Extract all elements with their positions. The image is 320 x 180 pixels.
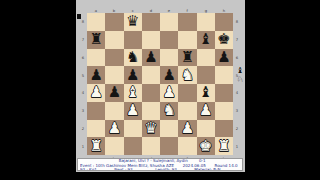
piece-white-pawn: ♟ bbox=[199, 103, 212, 118]
square-b7[interactable] bbox=[105, 31, 123, 49]
square-c8[interactable]: ♛ bbox=[124, 13, 142, 31]
square-f6[interactable]: ♜ bbox=[178, 49, 196, 67]
square-e5[interactable]: ♟ bbox=[160, 66, 178, 84]
square-e8[interactable] bbox=[160, 13, 178, 31]
coord-label: 7 bbox=[82, 37, 84, 41]
square-h1[interactable]: ♜ bbox=[215, 137, 233, 155]
square-g1[interactable]: ♚ bbox=[197, 137, 215, 155]
coord-label: 3 bbox=[82, 108, 84, 112]
piece-black-rook: ♜ bbox=[89, 32, 102, 47]
square-f8[interactable] bbox=[178, 13, 196, 31]
coord-label: 6 bbox=[82, 55, 84, 59]
square-d4[interactable] bbox=[142, 84, 160, 102]
square-b2[interactable]: ♟ bbox=[105, 120, 123, 138]
piece-black-pawn: ♟ bbox=[217, 50, 230, 65]
piece-black-pawn: ♟ bbox=[108, 85, 121, 100]
square-a4[interactable]: ♟ bbox=[87, 84, 105, 102]
board: ♛♜♝♚♞♟♜♟♟♟♟♞♟♟♝♟♝♟♞♟♟♛♟♜♚♜ bbox=[87, 13, 233, 155]
piece-white-pawn: ♟ bbox=[108, 121, 121, 136]
piece-white-knight: ♞ bbox=[181, 68, 194, 83]
square-c7[interactable] bbox=[124, 31, 142, 49]
square-b1[interactable] bbox=[105, 137, 123, 155]
piece-black-pawn: ♟ bbox=[126, 68, 139, 83]
square-e1[interactable] bbox=[160, 137, 178, 155]
square-g5[interactable] bbox=[197, 66, 215, 84]
square-a5[interactable]: ♟ bbox=[87, 66, 105, 84]
piece-black-queen: ♛ bbox=[126, 14, 139, 29]
coord-label: 3 bbox=[236, 108, 238, 112]
square-e6[interactable] bbox=[160, 49, 178, 67]
square-f1[interactable] bbox=[178, 137, 196, 155]
coord-label: 2 bbox=[82, 126, 84, 130]
square-d6[interactable]: ♟ bbox=[142, 49, 160, 67]
coord-label: 2 bbox=[236, 126, 238, 130]
square-h7[interactable]: ♚ bbox=[215, 31, 233, 49]
square-g3[interactable]: ♟ bbox=[197, 102, 215, 120]
piece-black-pawn: ♟ bbox=[144, 50, 157, 65]
video-frame: { "game": "chess", "position": { "fen": … bbox=[0, 0, 320, 180]
square-g2[interactable] bbox=[197, 120, 215, 138]
coord-label: 5 bbox=[82, 73, 84, 77]
square-h8[interactable] bbox=[215, 13, 233, 31]
square-d8[interactable] bbox=[142, 13, 160, 31]
piece-black-king: ♚ bbox=[217, 32, 230, 47]
piece-black-pawn: ♟ bbox=[89, 68, 102, 83]
square-g4[interactable]: ♝ bbox=[197, 84, 215, 102]
square-h6[interactable]: ♟ bbox=[215, 49, 233, 67]
square-b6[interactable] bbox=[105, 49, 123, 67]
square-g7[interactable]: ♝ bbox=[197, 31, 215, 49]
current-move: 93 : Kg1 bbox=[80, 167, 97, 171]
square-f2[interactable]: ♟ bbox=[178, 120, 196, 138]
piece-white-king: ♚ bbox=[199, 139, 212, 154]
rank-labels-left: 87654321 bbox=[80, 13, 86, 155]
game-length: Length: 93 bbox=[155, 167, 177, 171]
coord-label: 4 bbox=[82, 91, 84, 95]
coord-label: 8 bbox=[82, 20, 84, 24]
square-g8[interactable] bbox=[197, 13, 215, 31]
piece-white-pawn: ♟ bbox=[89, 85, 102, 100]
square-c4[interactable]: ♝ bbox=[124, 84, 142, 102]
square-h2[interactable] bbox=[215, 120, 233, 138]
next-move: Next : 93 ... bbox=[114, 167, 138, 171]
piece-black-bishop: ♝ bbox=[199, 32, 212, 47]
piece-white-knight: ♞ bbox=[162, 103, 175, 118]
material-balance: Material: B-N bbox=[194, 167, 220, 171]
material-white-knight-icon: ♘ bbox=[235, 76, 245, 85]
piece-black-knight: ♞ bbox=[126, 50, 139, 65]
square-h3[interactable] bbox=[215, 102, 233, 120]
square-c5[interactable]: ♟ bbox=[124, 66, 142, 84]
piece-white-bishop: ♝ bbox=[126, 85, 139, 100]
piece-white-pawn: ♟ bbox=[162, 85, 175, 100]
moves-line: 93 : Kg1 Next : 93 ... Length: 93 Materi… bbox=[80, 168, 243, 171]
square-d2[interactable]: ♛ bbox=[142, 120, 160, 138]
square-f5[interactable]: ♞ bbox=[178, 66, 196, 84]
square-f7[interactable] bbox=[178, 31, 196, 49]
square-a8[interactable] bbox=[87, 13, 105, 31]
coord-label: 1 bbox=[236, 144, 238, 148]
square-e3[interactable]: ♞ bbox=[160, 102, 178, 120]
square-c2[interactable] bbox=[124, 120, 142, 138]
piece-white-rook: ♜ bbox=[89, 139, 102, 154]
square-d7[interactable] bbox=[142, 31, 160, 49]
square-e2[interactable] bbox=[160, 120, 178, 138]
rank-labels-right: 87654321 bbox=[234, 13, 240, 155]
game-info-bar: Bajarani, Ulvi ? - Sulejmanli, Aydin 0-1… bbox=[77, 158, 243, 171]
square-b3[interactable] bbox=[105, 102, 123, 120]
square-d3[interactable] bbox=[142, 102, 160, 120]
square-a2[interactable] bbox=[87, 120, 105, 138]
chessboard-panel: abcdefgh 87654321 87654321 abcdefgh ♛♜♝♚… bbox=[76, 0, 245, 172]
piece-black-bishop: ♝ bbox=[199, 85, 212, 100]
piece-black-rook: ♜ bbox=[181, 50, 194, 65]
square-e7[interactable] bbox=[160, 31, 178, 49]
coord-label: 7 bbox=[236, 37, 238, 41]
square-a3[interactable] bbox=[87, 102, 105, 120]
square-e4[interactable]: ♟ bbox=[160, 84, 178, 102]
square-f3[interactable] bbox=[178, 102, 196, 120]
square-c6[interactable]: ♞ bbox=[124, 49, 142, 67]
square-h5[interactable] bbox=[215, 66, 233, 84]
square-g6[interactable] bbox=[197, 49, 215, 67]
material-tray: ♝ ♘ bbox=[235, 67, 245, 84]
square-a6[interactable] bbox=[87, 49, 105, 67]
piece-white-queen: ♛ bbox=[144, 121, 157, 136]
square-b8[interactable] bbox=[105, 13, 123, 31]
piece-white-rook: ♜ bbox=[217, 139, 230, 154]
coord-label: 6 bbox=[236, 55, 238, 59]
square-a7[interactable]: ♜ bbox=[87, 31, 105, 49]
piece-white-pawn: ♟ bbox=[181, 121, 194, 136]
coord-label: 8 bbox=[236, 20, 238, 24]
square-c1[interactable] bbox=[124, 137, 142, 155]
square-c3[interactable]: ♟ bbox=[124, 102, 142, 120]
file-labels-top: abcdefgh bbox=[87, 7, 233, 12]
square-d1[interactable] bbox=[142, 137, 160, 155]
square-d5[interactable] bbox=[142, 66, 160, 84]
coord-label: 1 bbox=[82, 144, 84, 148]
square-h4[interactable] bbox=[215, 84, 233, 102]
piece-white-pawn: ♟ bbox=[126, 103, 139, 118]
coord-label: 4 bbox=[236, 91, 238, 95]
square-f4[interactable] bbox=[178, 84, 196, 102]
square-a1[interactable]: ♜ bbox=[87, 137, 105, 155]
square-b4[interactable]: ♟ bbox=[105, 84, 123, 102]
square-b5[interactable] bbox=[105, 66, 123, 84]
piece-black-pawn: ♟ bbox=[162, 68, 175, 83]
